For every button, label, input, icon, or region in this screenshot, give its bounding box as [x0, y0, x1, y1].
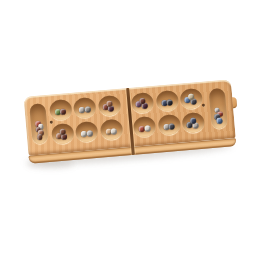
seed-bead-charcoal: [169, 124, 175, 130]
pit-bottom-5[interactable]: [157, 114, 181, 136]
pit-bottom-1[interactable]: [51, 123, 75, 145]
pit-bottom-6[interactable]: [182, 112, 206, 134]
product-photo-scene: [0, 0, 256, 256]
seed-bead-maroon: [60, 108, 66, 114]
pit-top-2[interactable]: [73, 97, 97, 119]
store-pit-right[interactable]: [208, 88, 227, 129]
seed-bead-white: [111, 129, 117, 135]
pit-top-1[interactable]: [49, 99, 73, 121]
seed-bead-brown: [37, 134, 43, 140]
peg-hole-left: [50, 121, 53, 124]
seed-bead-black: [167, 99, 173, 105]
seed-bead-gray: [84, 106, 90, 112]
seed-bead-silver: [87, 131, 93, 137]
pit-bottom-3[interactable]: [100, 119, 124, 141]
pit-top-6[interactable]: [180, 88, 204, 110]
seed-bead-blue: [217, 118, 223, 124]
pit-top-3[interactable]: [98, 95, 122, 117]
pit-bottom-4[interactable]: [133, 116, 157, 138]
store-pit-left[interactable]: [29, 103, 48, 144]
pit-top-5[interactable]: [155, 90, 179, 112]
pit-bottom-2[interactable]: [75, 121, 99, 143]
peg-hole-right: [202, 104, 205, 107]
pit-top-4[interactable]: [131, 92, 155, 114]
seed-bead-white: [144, 126, 150, 132]
